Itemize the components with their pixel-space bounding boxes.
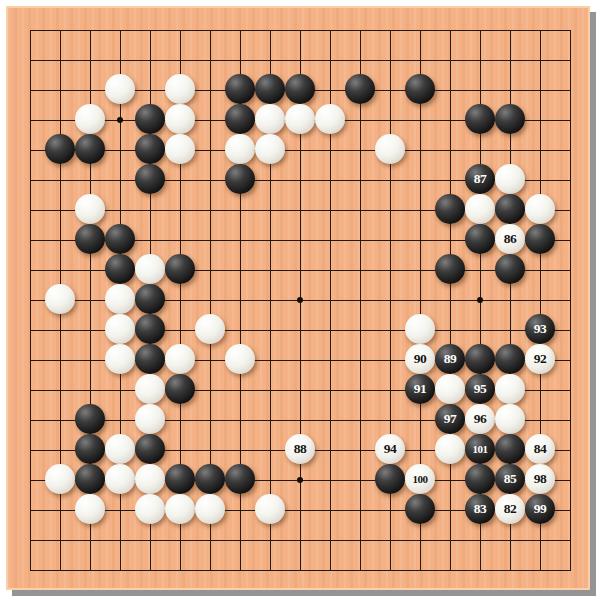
black-stone: [45, 134, 75, 164]
white-stone: 82: [495, 494, 525, 524]
black-stone: [435, 194, 465, 224]
move-number: 83: [474, 502, 487, 516]
white-stone: [465, 194, 495, 224]
white-stone: [435, 434, 465, 464]
move-number: 98: [534, 472, 547, 486]
move-number: 91: [414, 382, 427, 396]
white-stone: [105, 284, 135, 314]
black-stone: [225, 164, 255, 194]
black-stone: [135, 284, 165, 314]
move-number: 84: [534, 442, 547, 456]
white-stone: [435, 374, 465, 404]
white-stone: [105, 344, 135, 374]
white-stone: [45, 464, 75, 494]
white-stone: [75, 194, 105, 224]
white-stone: [135, 464, 165, 494]
star-point: [297, 297, 303, 303]
move-number: 93: [534, 322, 547, 336]
black-stone: [165, 464, 195, 494]
white-stone: [105, 74, 135, 104]
black-stone: 93: [525, 314, 555, 344]
black-stone: [435, 254, 465, 284]
black-stone: [375, 464, 405, 494]
move-number: 92: [534, 352, 547, 366]
white-stone: [225, 134, 255, 164]
black-stone: [135, 104, 165, 134]
white-stone: [255, 494, 285, 524]
black-stone: [195, 464, 225, 494]
move-number: 82: [504, 502, 517, 516]
black-stone: [465, 224, 495, 254]
white-stone: [75, 104, 105, 134]
white-stone: 96: [465, 404, 495, 434]
white-stone: [405, 314, 435, 344]
black-stone: [165, 254, 195, 284]
white-stone: [495, 374, 525, 404]
white-stone: [135, 494, 165, 524]
white-stone: [45, 284, 75, 314]
white-stone: 86: [495, 224, 525, 254]
black-stone: [225, 464, 255, 494]
move-number: 100: [413, 474, 428, 485]
black-stone: [225, 74, 255, 104]
black-stone: [135, 134, 165, 164]
move-number: 85: [504, 472, 517, 486]
black-stone: [255, 74, 285, 104]
black-stone: [105, 224, 135, 254]
black-stone: [495, 104, 525, 134]
white-stone: 100: [405, 464, 435, 494]
black-stone: [135, 314, 165, 344]
black-stone: 99: [525, 494, 555, 524]
move-number: 96: [474, 412, 487, 426]
white-stone: [195, 494, 225, 524]
white-stone: [315, 104, 345, 134]
white-stone: 84: [525, 434, 555, 464]
star-point: [117, 117, 123, 123]
black-stone: [165, 374, 195, 404]
move-number: 87: [474, 172, 487, 186]
black-stone: 85: [495, 464, 525, 494]
black-stone: [525, 224, 555, 254]
white-stone: 98: [525, 464, 555, 494]
black-stone: [465, 104, 495, 134]
black-stone: 91: [405, 374, 435, 404]
white-stone: [105, 434, 135, 464]
white-stone: [375, 134, 405, 164]
black-stone: [225, 104, 255, 134]
white-stone: 88: [285, 434, 315, 464]
white-stone: [195, 314, 225, 344]
move-number: 99: [534, 502, 547, 516]
go-game-viewer: 8786939089929195979688941018410085988382…: [0, 0, 600, 600]
move-number: 95: [474, 382, 487, 396]
black-stone: 89: [435, 344, 465, 374]
black-stone: 101: [465, 434, 495, 464]
go-board[interactable]: 8786939089929195979688941018410085988382…: [6, 6, 590, 590]
grid-line-horizontal: [30, 540, 571, 541]
black-stone: [345, 74, 375, 104]
grid-line-horizontal: [30, 570, 571, 571]
move-number: 94: [384, 442, 397, 456]
black-stone: [135, 434, 165, 464]
black-stone: 87: [465, 164, 495, 194]
black-stone: 97: [435, 404, 465, 434]
black-stone: [75, 464, 105, 494]
white-stone: [165, 494, 195, 524]
grid-line-vertical: [360, 30, 361, 571]
black-stone: [495, 434, 525, 464]
black-stone: [285, 74, 315, 104]
move-number: 89: [444, 352, 457, 366]
black-stone: [465, 464, 495, 494]
black-stone: [75, 224, 105, 254]
black-stone: [405, 494, 435, 524]
white-stone: [165, 104, 195, 134]
white-stone: 92: [525, 344, 555, 374]
black-stone: 95: [465, 374, 495, 404]
black-stone: [75, 434, 105, 464]
white-stone: [165, 74, 195, 104]
black-stone: [105, 254, 135, 284]
black-stone: [465, 344, 495, 374]
white-stone: [105, 314, 135, 344]
star-point: [477, 297, 483, 303]
white-stone: [135, 254, 165, 284]
move-number: 90: [414, 352, 427, 366]
white-stone: [135, 374, 165, 404]
white-stone: [495, 404, 525, 434]
black-stone: [405, 74, 435, 104]
white-stone: [225, 344, 255, 374]
move-number: 97: [444, 412, 457, 426]
black-stone: [135, 344, 165, 374]
white-stone: 90: [405, 344, 435, 374]
white-stone: [255, 104, 285, 134]
white-stone: [165, 134, 195, 164]
grid-line-vertical: [450, 30, 451, 571]
grid-line-vertical: [570, 30, 571, 571]
white-stone: [75, 494, 105, 524]
white-stone: [525, 194, 555, 224]
board-grid: 8786939089929195979688941018410085988382…: [30, 30, 571, 571]
white-stone: [135, 404, 165, 434]
white-stone: 94: [375, 434, 405, 464]
black-stone: [495, 344, 525, 374]
black-stone: [495, 194, 525, 224]
star-point: [297, 477, 303, 483]
white-stone: [285, 104, 315, 134]
move-number: 101: [473, 444, 488, 455]
black-stone: [75, 404, 105, 434]
white-stone: [105, 464, 135, 494]
white-stone: [495, 164, 525, 194]
black-stone: [135, 164, 165, 194]
move-number: 88: [294, 442, 307, 456]
white-stone: [255, 134, 285, 164]
white-stone: [165, 344, 195, 374]
black-stone: [75, 134, 105, 164]
move-number: 86: [504, 232, 517, 246]
black-stone: [495, 254, 525, 284]
black-stone: 83: [465, 494, 495, 524]
